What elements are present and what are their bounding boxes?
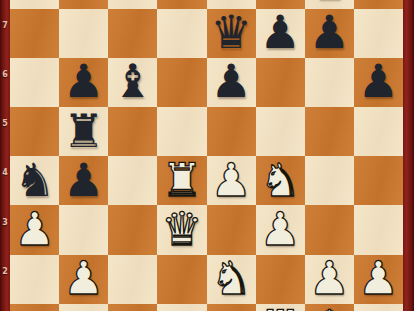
piece-black-queen[interactable]: ♛ (210, 9, 251, 55)
piece-white-pawn[interactable]: ♟ (358, 255, 399, 301)
square-f2[interactable] (256, 255, 305, 304)
square-d4[interactable]: ♜ (157, 156, 206, 205)
square-c5[interactable] (108, 107, 157, 156)
square-c7[interactable] (108, 9, 157, 58)
piece-white-pawn[interactable]: ♟ (14, 206, 55, 252)
square-c1[interactable] (108, 304, 157, 311)
square-g1[interactable]: ♚ (305, 304, 354, 311)
square-d6[interactable] (157, 58, 206, 107)
square-e3[interactable] (207, 205, 256, 254)
square-b8[interactable] (59, 0, 108, 9)
chess-board-widget: ♚♛♟♟♟♝♟♟♜♞♟♜♟♞♟♛♟♟♞♟♟♜♚ 765432 (0, 0, 414, 311)
piece-black-rook[interactable]: ♜ (63, 108, 104, 154)
square-b5[interactable]: ♜ (59, 107, 108, 156)
square-d3[interactable]: ♛ (157, 205, 206, 254)
square-d8[interactable] (157, 0, 206, 9)
rank-label-7: 7 (0, 21, 10, 30)
square-d5[interactable] (157, 107, 206, 156)
square-g4[interactable] (305, 156, 354, 205)
piece-white-knight[interactable]: ♞ (260, 157, 301, 203)
square-c4[interactable] (108, 156, 157, 205)
piece-black-pawn[interactable]: ♟ (210, 58, 251, 104)
board-frame-right (403, 0, 414, 311)
square-b4[interactable]: ♟ (59, 156, 108, 205)
square-e5[interactable] (207, 107, 256, 156)
square-b3[interactable] (59, 205, 108, 254)
piece-black-pawn[interactable]: ♟ (358, 58, 399, 104)
square-h4[interactable] (354, 156, 403, 205)
piece-white-rook[interactable]: ♜ (260, 304, 301, 311)
square-a8[interactable] (10, 0, 59, 9)
piece-black-bishop[interactable]: ♝ (112, 58, 153, 104)
square-h3[interactable] (354, 205, 403, 254)
square-g2[interactable]: ♟ (305, 255, 354, 304)
square-a2[interactable] (10, 255, 59, 304)
square-d1[interactable] (157, 304, 206, 311)
square-d7[interactable] (157, 9, 206, 58)
square-g5[interactable] (305, 107, 354, 156)
square-h2[interactable]: ♟ (354, 255, 403, 304)
square-h6[interactable]: ♟ (354, 58, 403, 107)
square-e4[interactable]: ♟ (207, 156, 256, 205)
square-g7[interactable]: ♟ (305, 9, 354, 58)
square-g3[interactable] (305, 205, 354, 254)
square-a4[interactable]: ♞ (10, 156, 59, 205)
rank-label-6: 6 (0, 70, 10, 79)
board-frame-left (0, 0, 10, 311)
piece-white-pawn[interactable]: ♟ (260, 206, 301, 252)
square-b2[interactable]: ♟ (59, 255, 108, 304)
square-h5[interactable] (354, 107, 403, 156)
square-h7[interactable] (354, 9, 403, 58)
rank-label-4: 4 (0, 168, 10, 177)
square-c8[interactable] (108, 0, 157, 9)
square-f1[interactable]: ♜ (256, 304, 305, 311)
square-d2[interactable] (157, 255, 206, 304)
square-a3[interactable]: ♟ (10, 205, 59, 254)
square-e2[interactable]: ♞ (207, 255, 256, 304)
piece-black-pawn[interactable]: ♟ (260, 9, 301, 55)
square-f5[interactable] (256, 107, 305, 156)
piece-white-pawn[interactable]: ♟ (63, 255, 104, 301)
square-f4[interactable]: ♞ (256, 156, 305, 205)
piece-white-queen[interactable]: ♛ (161, 206, 202, 252)
square-b7[interactable] (59, 9, 108, 58)
rank-label-2: 2 (0, 267, 10, 276)
piece-black-knight[interactable]: ♞ (14, 157, 55, 203)
piece-black-pawn[interactable]: ♟ (63, 157, 104, 203)
piece-white-rook[interactable]: ♜ (161, 157, 202, 203)
square-b6[interactable]: ♟ (59, 58, 108, 107)
piece-white-pawn[interactable]: ♟ (210, 157, 251, 203)
square-e7[interactable]: ♛ (207, 9, 256, 58)
square-c2[interactable] (108, 255, 157, 304)
square-a7[interactable] (10, 9, 59, 58)
square-f3[interactable]: ♟ (256, 205, 305, 254)
square-f6[interactable] (256, 58, 305, 107)
piece-white-king[interactable]: ♚ (309, 304, 350, 311)
piece-black-pawn[interactable]: ♟ (309, 9, 350, 55)
square-c6[interactable]: ♝ (108, 58, 157, 107)
piece-white-pawn[interactable]: ♟ (309, 255, 350, 301)
square-h8[interactable] (354, 0, 403, 9)
rank-label-5: 5 (0, 119, 10, 128)
square-f7[interactable]: ♟ (256, 9, 305, 58)
square-e6[interactable]: ♟ (207, 58, 256, 107)
square-c3[interactable] (108, 205, 157, 254)
piece-black-pawn[interactable]: ♟ (63, 58, 104, 104)
chess-board: ♚♛♟♟♟♝♟♟♜♞♟♜♟♞♟♛♟♟♞♟♟♜♚ (10, 0, 403, 311)
square-g6[interactable] (305, 58, 354, 107)
rank-label-3: 3 (0, 218, 10, 227)
square-a5[interactable] (10, 107, 59, 156)
square-a6[interactable] (10, 58, 59, 107)
square-a1[interactable] (10, 304, 59, 311)
piece-white-knight[interactable]: ♞ (210, 255, 251, 301)
